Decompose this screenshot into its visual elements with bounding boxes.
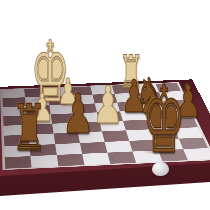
piece-white-pawn-3: ♟ — [93, 79, 124, 131]
piece-brown-rook: ♜ — [11, 96, 47, 160]
piece-brown-pawn-3: ♟ — [62, 87, 95, 142]
piece-brown-king: ♚ — [142, 74, 185, 167]
chess-set-photo: ♜♚♟♟♞♟♟♟♟♜♚ — [0, 0, 210, 210]
pieces-layer: ♜♚♟♟♞♟♟♟♟♜♚ — [0, 0, 210, 210]
